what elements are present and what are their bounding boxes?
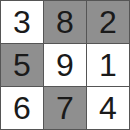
cell-r1c2[interactable]: 8 [44,1,86,43]
puzzle-board: 3 8 2 5 9 1 6 7 4 [0,0,130,130]
cell-r3c1[interactable]: 6 [1,87,43,129]
cell-r2c2[interactable]: 9 [44,44,86,86]
cell-r3c2[interactable]: 7 [44,87,86,129]
cell-r1c1[interactable]: 3 [1,1,43,43]
cell-r3c3[interactable]: 4 [87,87,129,129]
cell-r2c1[interactable]: 5 [1,44,43,86]
cell-r1c3[interactable]: 2 [87,1,129,43]
cell-r2c3[interactable]: 1 [87,44,129,86]
